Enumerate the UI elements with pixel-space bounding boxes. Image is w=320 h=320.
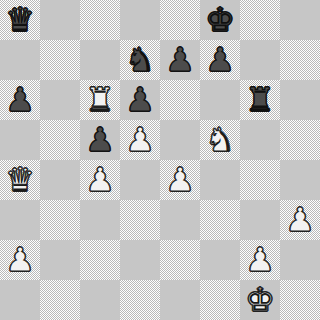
square-c5[interactable]: ♟ <box>80 120 120 160</box>
piece-black-rook[interactable]: ♜ <box>245 80 275 120</box>
piece-black-king[interactable]: ♚ <box>205 0 235 40</box>
square-f8[interactable]: ♚ <box>200 0 240 40</box>
square-d2[interactable] <box>120 240 160 280</box>
square-b5[interactable] <box>40 120 80 160</box>
square-e5[interactable] <box>160 120 200 160</box>
piece-black-pawn[interactable]: ♟ <box>125 80 155 120</box>
square-b4[interactable] <box>40 160 80 200</box>
square-f4[interactable] <box>200 160 240 200</box>
square-b8[interactable] <box>40 0 80 40</box>
square-b6[interactable] <box>40 80 80 120</box>
square-a7[interactable] <box>0 40 40 80</box>
piece-black-pawn[interactable]: ♟ <box>205 40 235 80</box>
square-b7[interactable] <box>40 40 80 80</box>
square-a2[interactable]: ♟ <box>0 240 40 280</box>
square-g7[interactable] <box>240 40 280 80</box>
square-g8[interactable] <box>240 0 280 40</box>
square-d8[interactable] <box>120 0 160 40</box>
square-d5[interactable]: ♟ <box>120 120 160 160</box>
piece-black-knight[interactable]: ♞ <box>125 40 155 80</box>
square-e1[interactable] <box>160 280 200 320</box>
square-h6[interactable] <box>280 80 320 120</box>
square-f5[interactable]: ♞ <box>200 120 240 160</box>
square-g2[interactable]: ♟ <box>240 240 280 280</box>
square-a5[interactable] <box>0 120 40 160</box>
square-f3[interactable] <box>200 200 240 240</box>
square-h5[interactable] <box>280 120 320 160</box>
square-c1[interactable] <box>80 280 120 320</box>
square-a6[interactable]: ♟ <box>0 80 40 120</box>
square-d3[interactable] <box>120 200 160 240</box>
piece-white-pawn[interactable]: ♟ <box>5 240 35 280</box>
piece-white-queen[interactable]: ♛ <box>5 160 35 200</box>
piece-black-queen[interactable]: ♛ <box>5 0 35 40</box>
piece-black-pawn[interactable]: ♟ <box>85 120 115 160</box>
piece-black-pawn[interactable]: ♟ <box>165 40 195 80</box>
square-d7[interactable]: ♞ <box>120 40 160 80</box>
square-d4[interactable] <box>120 160 160 200</box>
square-a8[interactable]: ♛ <box>0 0 40 40</box>
square-f2[interactable] <box>200 240 240 280</box>
square-c3[interactable] <box>80 200 120 240</box>
square-h3[interactable]: ♟ <box>280 200 320 240</box>
square-e2[interactable] <box>160 240 200 280</box>
square-h1[interactable] <box>280 280 320 320</box>
square-g3[interactable] <box>240 200 280 240</box>
square-a4[interactable]: ♛ <box>0 160 40 200</box>
piece-white-knight[interactable]: ♞ <box>205 120 235 160</box>
square-c8[interactable] <box>80 0 120 40</box>
square-c7[interactable] <box>80 40 120 80</box>
piece-white-pawn[interactable]: ♟ <box>165 160 195 200</box>
square-c6[interactable]: ♜ <box>80 80 120 120</box>
square-h8[interactable] <box>280 0 320 40</box>
square-h7[interactable] <box>280 40 320 80</box>
piece-white-pawn[interactable]: ♟ <box>85 160 115 200</box>
square-b2[interactable] <box>40 240 80 280</box>
piece-white-rook[interactable]: ♜ <box>85 80 115 120</box>
square-a1[interactable] <box>0 280 40 320</box>
square-b3[interactable] <box>40 200 80 240</box>
chess-board: ♛♚♞♟♟♟♜♟♜♟♟♞♛♟♟♟♟♟♚ <box>0 0 320 320</box>
square-g4[interactable] <box>240 160 280 200</box>
square-e4[interactable]: ♟ <box>160 160 200 200</box>
square-g5[interactable] <box>240 120 280 160</box>
square-g6[interactable]: ♜ <box>240 80 280 120</box>
square-d6[interactable]: ♟ <box>120 80 160 120</box>
square-b1[interactable] <box>40 280 80 320</box>
piece-white-pawn[interactable]: ♟ <box>245 240 275 280</box>
square-h2[interactable] <box>280 240 320 280</box>
square-d1[interactable] <box>120 280 160 320</box>
piece-white-king[interactable]: ♚ <box>245 280 275 320</box>
square-h4[interactable] <box>280 160 320 200</box>
square-f1[interactable] <box>200 280 240 320</box>
square-f6[interactable] <box>200 80 240 120</box>
square-e8[interactable] <box>160 0 200 40</box>
square-e7[interactable]: ♟ <box>160 40 200 80</box>
square-c4[interactable]: ♟ <box>80 160 120 200</box>
square-e3[interactable] <box>160 200 200 240</box>
square-c2[interactable] <box>80 240 120 280</box>
square-e6[interactable] <box>160 80 200 120</box>
piece-white-pawn[interactable]: ♟ <box>285 200 315 240</box>
square-g1[interactable]: ♚ <box>240 280 280 320</box>
square-f7[interactable]: ♟ <box>200 40 240 80</box>
square-a3[interactable] <box>0 200 40 240</box>
piece-white-pawn[interactable]: ♟ <box>125 120 155 160</box>
piece-black-pawn[interactable]: ♟ <box>5 80 35 120</box>
